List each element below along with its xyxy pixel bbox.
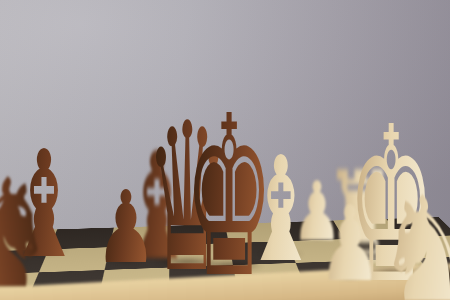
- chess-photo-scene: ♝♝♝♜♟♟♛♚♚♟♞♞: [0, 0, 450, 300]
- white-pawn-piece[interactable]: ♟: [318, 192, 381, 296]
- white-knight-piece[interactable]: ♞: [375, 177, 450, 300]
- black-knight-piece[interactable]: ♞: [0, 159, 56, 300]
- black-king-piece[interactable]: ♚: [184, 86, 274, 300]
